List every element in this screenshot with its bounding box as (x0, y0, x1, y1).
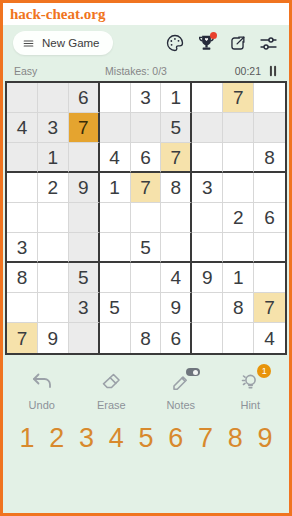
cell-r4-c6[interactable]: 8 (161, 173, 192, 203)
cell-r1-c5[interactable]: 3 (131, 83, 162, 113)
settings-icon[interactable] (257, 32, 279, 54)
status-row: Easy Mistakes: 0/3 00:21 (3, 62, 289, 79)
cell-r8-c6[interactable]: 9 (161, 293, 192, 323)
cell-r3-c4[interactable]: 4 (100, 143, 131, 173)
numpad-6[interactable]: 6 (164, 422, 188, 454)
cell-r7-c4[interactable] (100, 263, 131, 293)
menu-icon (22, 37, 35, 50)
erase-label: Erase (97, 399, 126, 411)
numpad-3[interactable]: 3 (75, 422, 99, 454)
cell-r3-c2[interactable]: 1 (38, 143, 69, 173)
cell-r3-c8[interactable] (223, 143, 254, 173)
cell-r2-c8[interactable] (223, 113, 254, 143)
cell-r2-c6[interactable]: 5 (161, 113, 192, 143)
cell-r3-c7[interactable] (192, 143, 223, 173)
cell-r3-c3[interactable] (69, 143, 100, 173)
cell-r5-c6[interactable] (161, 203, 192, 233)
difficulty-label: Easy (14, 65, 37, 77)
cell-r4-c1[interactable] (7, 173, 38, 203)
cell-r9-c6[interactable]: 6 (161, 323, 192, 353)
cell-r2-c3[interactable]: 7 (69, 113, 100, 143)
cell-r5-c4[interactable] (100, 203, 131, 233)
sudoku-board: 63174375146782917832635854913598779864 (5, 81, 287, 355)
cell-r2-c9[interactable] (254, 113, 285, 143)
trophy-notification-dot (210, 32, 217, 39)
numpad-8[interactable]: 8 (223, 422, 247, 454)
cell-r8-c5[interactable] (131, 293, 162, 323)
cell-r6-c4[interactable] (100, 233, 131, 263)
nav-icons (164, 32, 279, 54)
numpad-9[interactable]: 9 (253, 422, 277, 454)
cell-r8-c9[interactable]: 7 (254, 293, 285, 323)
hint-label: Hint (240, 399, 260, 411)
hint-button[interactable]: 1 Hint (219, 369, 281, 411)
cell-r6-c3[interactable] (69, 233, 100, 263)
trophy-icon[interactable] (195, 32, 217, 54)
undo-button[interactable]: Undo (11, 369, 73, 411)
cell-r3-c5[interactable]: 6 (131, 143, 162, 173)
cell-r3-c6[interactable]: 7 (161, 143, 192, 173)
cell-r8-c4[interactable]: 5 (100, 293, 131, 323)
cell-r1-c4[interactable] (100, 83, 131, 113)
cell-r9-c8[interactable] (223, 323, 254, 353)
timer: 00:21 (235, 65, 261, 77)
cell-r6-c5[interactable]: 5 (131, 233, 162, 263)
notes-label: Notes (166, 399, 195, 411)
cell-r8-c7[interactable] (192, 293, 223, 323)
cell-r8-c1[interactable] (7, 293, 38, 323)
cell-r2-c5[interactable] (131, 113, 162, 143)
cell-r8-c3[interactable]: 3 (69, 293, 100, 323)
cell-r6-c6[interactable] (161, 233, 192, 263)
cell-r1-c2[interactable] (38, 83, 69, 113)
share-icon[interactable] (226, 32, 248, 54)
cell-r6-c7[interactable] (192, 233, 223, 263)
toolbar: Undo Erase Notes (3, 369, 289, 411)
cell-r7-c3[interactable]: 5 (69, 263, 100, 293)
cell-r5-c8[interactable]: 2 (223, 203, 254, 233)
watermark-text: hack-cheat.org (10, 6, 105, 23)
numpad-7[interactable]: 7 (194, 422, 218, 454)
cell-r8-c2[interactable] (38, 293, 69, 323)
cell-r7-c1[interactable]: 8 (7, 263, 38, 293)
cell-r5-c2[interactable] (38, 203, 69, 233)
cell-r9-c4[interactable] (100, 323, 131, 353)
cell-r4-c4[interactable]: 1 (100, 173, 131, 203)
cell-r9-c7[interactable] (192, 323, 223, 353)
notes-toggle (186, 368, 200, 376)
cell-r4-c5[interactable]: 7 (131, 173, 162, 203)
cell-r1-c7[interactable] (192, 83, 223, 113)
cell-r4-c7[interactable]: 3 (192, 173, 223, 203)
notes-icon (167, 369, 195, 395)
numpad-2[interactable]: 2 (45, 422, 69, 454)
notes-button[interactable]: Notes (150, 369, 212, 411)
cell-r6-c9[interactable] (254, 233, 285, 263)
palette-icon[interactable] (164, 32, 186, 54)
cell-r7-c7[interactable]: 9 (192, 263, 223, 293)
mistakes-counter: Mistakes: 0/3 (37, 65, 234, 77)
cell-r9-c3[interactable] (69, 323, 100, 353)
cell-r9-c9[interactable]: 4 (254, 323, 285, 353)
cell-r4-c3[interactable]: 9 (69, 173, 100, 203)
cell-r1-c9[interactable] (254, 83, 285, 113)
numpad-5[interactable]: 5 (134, 422, 158, 454)
cell-r7-c8[interactable]: 1 (223, 263, 254, 293)
cell-r8-c8[interactable]: 8 (223, 293, 254, 323)
cell-r4-c9[interactable] (254, 173, 285, 203)
cell-r4-c2[interactable]: 2 (38, 173, 69, 203)
undo-label: Undo (29, 399, 55, 411)
cell-r5-c9[interactable]: 6 (254, 203, 285, 233)
cell-r2-c2[interactable]: 3 (38, 113, 69, 143)
pause-icon[interactable] (268, 65, 278, 77)
cell-r9-c2[interactable]: 9 (38, 323, 69, 353)
numpad-1[interactable]: 1 (15, 422, 39, 454)
cell-r7-c9[interactable] (254, 263, 285, 293)
cell-r2-c4[interactable] (100, 113, 131, 143)
undo-icon (28, 369, 56, 395)
hint-icon: 1 (236, 369, 264, 395)
cell-r7-c2[interactable] (38, 263, 69, 293)
cell-r3-c1[interactable] (7, 143, 38, 173)
cell-r9-c1[interactable]: 7 (7, 323, 38, 353)
cell-r6-c1[interactable]: 3 (7, 233, 38, 263)
cell-r5-c5[interactable] (131, 203, 162, 233)
cell-r5-c1[interactable] (7, 203, 38, 233)
cell-r4-c8[interactable] (223, 173, 254, 203)
new-game-label: New Game (42, 37, 100, 49)
cell-r2-c1[interactable]: 4 (7, 113, 38, 143)
cell-r1-c3[interactable]: 6 (69, 83, 100, 113)
cell-r5-c7[interactable] (192, 203, 223, 233)
cell-r1-c1[interactable] (7, 83, 38, 113)
watermark-bar: hack-cheat.org (3, 3, 289, 25)
erase-button[interactable]: Erase (80, 369, 142, 411)
cell-r2-c7[interactable] (192, 113, 223, 143)
cell-r7-c5[interactable] (131, 263, 162, 293)
cell-r7-c6[interactable]: 4 (161, 263, 192, 293)
numpad: 123456789 (3, 422, 289, 454)
numpad-4[interactable]: 4 (104, 422, 128, 454)
nav-row: New Game (3, 27, 289, 59)
new-game-button[interactable]: New Game (13, 31, 113, 55)
cell-r1-c8[interactable]: 7 (223, 83, 254, 113)
cell-r1-c6[interactable]: 1 (161, 83, 192, 113)
cell-r5-c3[interactable] (69, 203, 100, 233)
sudoku-app: hack-cheat.org New Game (0, 0, 292, 516)
hint-badge: 1 (257, 364, 271, 378)
cell-r6-c2[interactable] (38, 233, 69, 263)
erase-icon (97, 369, 125, 395)
cell-r6-c8[interactable] (223, 233, 254, 263)
cell-r9-c5[interactable]: 8 (131, 323, 162, 353)
cell-r3-c9[interactable]: 8 (254, 143, 285, 173)
